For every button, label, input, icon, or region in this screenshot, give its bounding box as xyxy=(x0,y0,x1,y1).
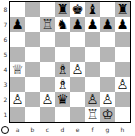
square-a7[interactable]: ♟ xyxy=(10,17,25,32)
piece-white-pawn[interactable]: ♙ xyxy=(101,92,113,107)
piece-white-pawn[interactable]: ♙ xyxy=(116,77,128,92)
square-f1[interactable]: ♖ xyxy=(85,107,100,122)
square-c1[interactable] xyxy=(40,107,55,122)
square-e3[interactable] xyxy=(70,77,85,92)
square-d2[interactable]: ♛ xyxy=(55,92,70,107)
square-d1[interactable] xyxy=(55,107,70,122)
piece-white-bishop[interactable]: ♗ xyxy=(56,77,68,92)
square-f6[interactable] xyxy=(85,32,100,47)
piece-white-pawn[interactable]: ♙ xyxy=(86,92,98,107)
square-a5[interactable] xyxy=(10,47,25,62)
chess-board: ♜♚♝♜♟♖♞♟♟♟♟♕♗♙♗♙♙♙♛♙♙♖♔ xyxy=(9,1,131,123)
square-g3[interactable] xyxy=(100,77,115,92)
square-g4[interactable] xyxy=(100,62,115,77)
square-h2[interactable] xyxy=(115,92,130,107)
square-h1[interactable] xyxy=(115,107,130,122)
piece-white-pawn[interactable]: ♙ xyxy=(41,92,53,107)
square-c7[interactable]: ♖ xyxy=(40,17,55,32)
rank-label-3: 3 xyxy=(2,77,9,92)
piece-black-pawn[interactable]: ♟ xyxy=(71,17,83,32)
piece-white-rook[interactable]: ♖ xyxy=(86,107,98,122)
file-label-h: h xyxy=(115,125,130,135)
square-e8[interactable]: ♚ xyxy=(70,2,85,17)
square-c6[interactable] xyxy=(40,32,55,47)
file-label-e: e xyxy=(70,125,85,135)
square-g7[interactable]: ♟ xyxy=(100,17,115,32)
square-b3[interactable] xyxy=(25,77,40,92)
square-a4[interactable]: ♕ xyxy=(10,62,25,77)
square-c8[interactable] xyxy=(40,2,55,17)
square-h6[interactable] xyxy=(115,32,130,47)
square-b8[interactable] xyxy=(25,2,40,17)
piece-black-knight[interactable]: ♞ xyxy=(56,17,68,32)
piece-black-pawn[interactable]: ♟ xyxy=(86,17,98,32)
piece-black-rook[interactable]: ♜ xyxy=(116,2,128,17)
square-g6[interactable] xyxy=(100,32,115,47)
file-label-c: c xyxy=(40,125,55,135)
square-c5[interactable] xyxy=(40,47,55,62)
square-b4[interactable] xyxy=(25,62,40,77)
square-f7[interactable]: ♟ xyxy=(85,17,100,32)
piece-white-bishop[interactable]: ♗ xyxy=(56,62,68,77)
rank-label-6: 6 xyxy=(2,32,9,47)
file-label-g: g xyxy=(100,125,115,135)
square-c4[interactable] xyxy=(40,62,55,77)
piece-black-rook[interactable]: ♜ xyxy=(56,2,68,17)
square-h4[interactable] xyxy=(115,62,130,77)
square-c2[interactable]: ♙ xyxy=(40,92,55,107)
square-f8[interactable]: ♝ xyxy=(85,2,100,17)
square-a8[interactable] xyxy=(10,2,25,17)
square-e6[interactable] xyxy=(70,32,85,47)
square-e5[interactable] xyxy=(70,47,85,62)
square-d8[interactable]: ♜ xyxy=(55,2,70,17)
square-a3[interactable] xyxy=(10,77,25,92)
square-b7[interactable] xyxy=(25,17,40,32)
piece-black-queen[interactable]: ♛ xyxy=(56,92,68,107)
square-b5[interactable] xyxy=(25,47,40,62)
square-h8[interactable]: ♜ xyxy=(115,2,130,17)
file-label-d: d xyxy=(55,125,70,135)
square-g1[interactable]: ♔ xyxy=(100,107,115,122)
file-label-b: b xyxy=(25,125,40,135)
square-d4[interactable]: ♗ xyxy=(55,62,70,77)
square-f2[interactable]: ♙ xyxy=(85,92,100,107)
rank-label-1: 1 xyxy=(2,107,9,122)
square-e4[interactable]: ♙ xyxy=(70,62,85,77)
piece-white-rook[interactable]: ♖ xyxy=(41,17,53,32)
piece-black-pawn[interactable]: ♟ xyxy=(11,17,23,32)
square-f5[interactable] xyxy=(85,47,100,62)
square-a6[interactable] xyxy=(10,32,25,47)
square-b2[interactable] xyxy=(25,92,40,107)
square-a2[interactable]: ♙ xyxy=(10,92,25,107)
square-f4[interactable] xyxy=(85,62,100,77)
rank-label-8: 8 xyxy=(2,2,9,17)
white-to-move-indicator xyxy=(1,126,9,134)
square-d3[interactable]: ♗ xyxy=(55,77,70,92)
file-label-f: f xyxy=(85,125,100,135)
square-f3[interactable] xyxy=(85,77,100,92)
rank-label-7: 7 xyxy=(2,17,9,32)
rank-label-2: 2 xyxy=(2,92,9,107)
square-d6[interactable] xyxy=(55,32,70,47)
square-g5[interactable] xyxy=(100,47,115,62)
square-a1[interactable] xyxy=(10,107,25,122)
piece-white-queen[interactable]: ♕ xyxy=(11,62,23,77)
square-h3[interactable]: ♙ xyxy=(115,77,130,92)
file-label-a: a xyxy=(10,125,25,135)
square-d5[interactable] xyxy=(55,47,70,62)
rank-label-5: 5 xyxy=(2,47,9,62)
square-h7[interactable]: ♟ xyxy=(115,17,130,32)
piece-white-pawn[interactable]: ♙ xyxy=(11,92,23,107)
piece-black-pawn[interactable]: ♟ xyxy=(101,17,113,32)
piece-white-pawn[interactable]: ♙ xyxy=(71,62,83,77)
rank-label-4: 4 xyxy=(2,62,9,77)
square-e2[interactable] xyxy=(70,92,85,107)
square-g2[interactable]: ♙ xyxy=(100,92,115,107)
square-h5[interactable] xyxy=(115,47,130,62)
square-e1[interactable] xyxy=(70,107,85,122)
piece-black-pawn[interactable]: ♟ xyxy=(116,17,128,32)
square-g8[interactable] xyxy=(100,2,115,17)
square-e7[interactable]: ♟ xyxy=(70,17,85,32)
square-b1[interactable] xyxy=(25,107,40,122)
square-b6[interactable] xyxy=(25,32,40,47)
piece-white-king[interactable]: ♔ xyxy=(101,107,113,122)
piece-black-king[interactable]: ♚ xyxy=(71,2,83,17)
piece-black-bishop[interactable]: ♝ xyxy=(86,2,98,17)
square-c3[interactable] xyxy=(40,77,55,92)
square-d7[interactable]: ♞ xyxy=(55,17,70,32)
chess-diagram: 87654321 ♜♚♝♜♟♖♞♟♟♟♟♕♗♙♗♙♙♙♛♙♙♖♔ abcdefg… xyxy=(0,0,135,136)
